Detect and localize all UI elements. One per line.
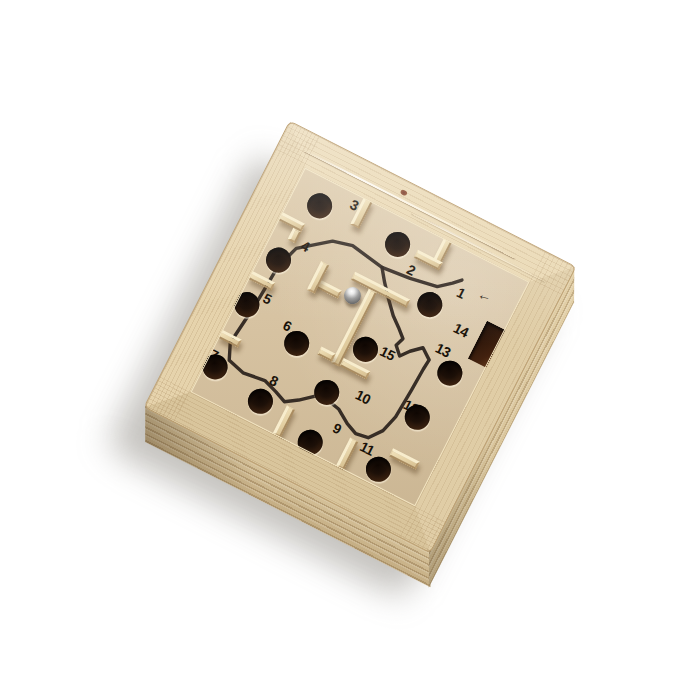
photo-stage: 321141345615101278911← xyxy=(0,0,700,700)
